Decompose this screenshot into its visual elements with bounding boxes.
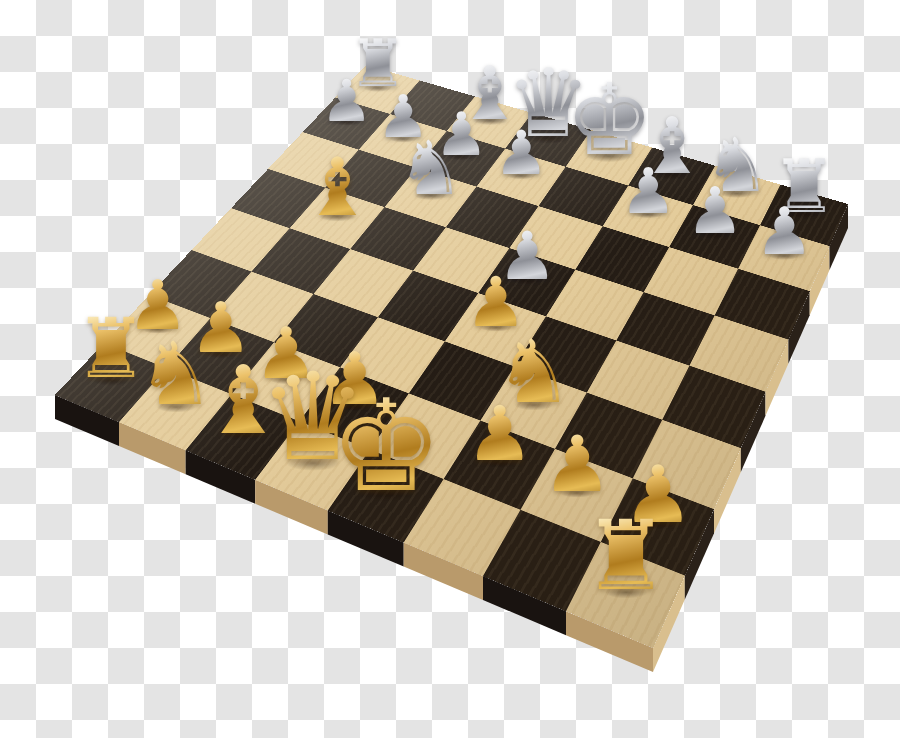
chess-board-scene: ♜♝♟♛♟♚♟♝♟♞♞♜♟♝♟♟♟♟♟♟♟♜♞♟♞♝♟♛♟♚♟♜ bbox=[0, 0, 900, 738]
